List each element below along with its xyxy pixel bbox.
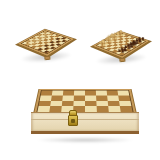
box-front-panel <box>31 112 139 134</box>
board-square: ⛂ <box>44 50 50 53</box>
checkers-piece: ⛂ <box>61 40 67 43</box>
checkers-piece: ⛂ <box>44 50 50 53</box>
clasp-tab-icon <box>119 58 125 63</box>
open-chess-board-view: ♜♞♝♛♚♝♞♜♟♟♟♟♟♟♟♟♟♟♟♟♟♟♟♟♜♞♝♛♚♝♞♜ <box>86 9 155 78</box>
open-checkers-board-view: ⛂⛂⛂⛂⛂⛂⛂⛂⛂⛂⛂⛂⛂⛂⛂⛂⛂⛂⛂⛂⛂⛂⛂⛂ <box>11 7 80 76</box>
clasp-tab-icon <box>44 56 50 61</box>
closed-box-view <box>31 84 139 140</box>
lid-seam <box>31 119 139 120</box>
brass-latch-icon <box>67 110 79 128</box>
product-photo-canvas: ⛂⛂⛂⛂⛂⛂⛂⛂⛂⛂⛂⛂⛂⛂⛂⛂⛂⛂⛂⛂⛂⛂⛂⛂ ♜♞♝♛♚♝♞♜♟♟♟♟♟♟♟… <box>0 0 160 160</box>
board-square: ⛂ <box>61 40 67 43</box>
board-square <box>58 41 64 44</box>
latch-slot <box>71 119 75 123</box>
chess-piece: ♜ <box>120 49 125 54</box>
box-lid <box>33 84 137 114</box>
box-shadow <box>36 137 134 143</box>
lid-checker-pattern <box>37 91 132 112</box>
chess-piece: ♟ <box>102 43 106 47</box>
box-lid-face <box>33 89 137 114</box>
